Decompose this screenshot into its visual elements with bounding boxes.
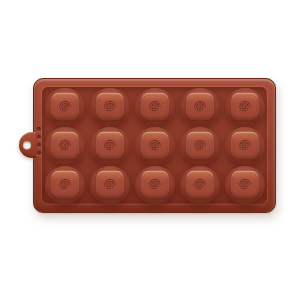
- rose-spiral-icon: [189, 173, 210, 194]
- rose-cavity: [135, 127, 175, 165]
- hanging-hole-icon: [23, 141, 31, 149]
- rose-top-face: [141, 170, 168, 197]
- emboss-mark-icon: [37, 143, 41, 147]
- mold-floor: [42, 87, 267, 204]
- rose-cavity: [135, 88, 175, 126]
- cavity-grid: [42, 87, 267, 204]
- rose-spiral-icon: [189, 134, 210, 155]
- rose-top-face: [231, 131, 258, 158]
- rose-spiral-icon: [144, 95, 165, 116]
- rose-cavity: [90, 166, 130, 204]
- rose-spiral-icon: [99, 95, 120, 116]
- rose-top-face: [96, 131, 123, 158]
- rose-top-face: [186, 170, 213, 197]
- rose-cavity: [225, 166, 265, 204]
- rose-top-face: [51, 92, 78, 119]
- rose-spiral-icon: [234, 134, 255, 155]
- emboss-mark-icon: [37, 151, 41, 155]
- hanging-tab: [19, 132, 36, 158]
- rose-spiral-icon: [234, 173, 255, 194]
- embossed-certification-marks: [36, 127, 41, 155]
- product-photo: [0, 0, 300, 300]
- rose-top-face: [231, 170, 258, 197]
- rose-spiral-icon: [189, 95, 210, 116]
- rose-cavity: [180, 166, 220, 204]
- rose-top-face: [231, 92, 258, 119]
- rose-cavity: [180, 127, 220, 165]
- rose-top-face: [96, 92, 123, 119]
- rose-cavity: [90, 88, 130, 126]
- rose-cavity: [180, 88, 220, 126]
- rose-spiral-icon: [99, 173, 120, 194]
- rose-cavity: [225, 88, 265, 126]
- emboss-mark-icon: [37, 127, 41, 131]
- rose-cavity: [225, 127, 265, 165]
- rose-spiral-icon: [144, 134, 165, 155]
- rose-cavity: [45, 88, 85, 126]
- emboss-mark-icon: [37, 135, 41, 139]
- rose-spiral-icon: [234, 95, 255, 116]
- rose-cavity: [45, 166, 85, 204]
- rose-top-face: [186, 131, 213, 158]
- rose-spiral-icon: [54, 173, 75, 194]
- rose-cavity: [90, 127, 130, 165]
- rose-spiral-icon: [54, 134, 75, 155]
- rose-top-face: [186, 92, 213, 119]
- rose-cavity: [135, 166, 175, 204]
- rose-spiral-icon: [144, 173, 165, 194]
- rose-top-face: [141, 131, 168, 158]
- rose-cavity: [45, 127, 85, 165]
- rose-top-face: [96, 170, 123, 197]
- rose-spiral-icon: [54, 95, 75, 116]
- rose-top-face: [51, 170, 78, 197]
- rose-spiral-icon: [99, 134, 120, 155]
- silicone-chocolate-mold: [33, 78, 276, 213]
- rose-top-face: [141, 92, 168, 119]
- rose-top-face: [51, 131, 78, 158]
